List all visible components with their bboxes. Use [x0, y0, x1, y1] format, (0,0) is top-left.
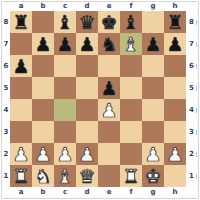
- file-label-a: a: [10, 187, 32, 198]
- square-b8[interactable]: [32, 11, 54, 33]
- square-d1[interactable]: ♛: [76, 165, 98, 187]
- square-a1[interactable]: ♜: [10, 165, 32, 187]
- square-d6[interactable]: [76, 55, 98, 77]
- white-knight-b1[interactable]: ♞: [32, 165, 54, 187]
- black-knight-e7[interactable]: ♞: [98, 33, 120, 55]
- square-c6[interactable]: [54, 55, 76, 77]
- square-b3[interactable]: [32, 121, 54, 143]
- rank-label-7: 7: [2, 33, 10, 55]
- white-queen-d1[interactable]: ♛: [76, 165, 98, 187]
- rank-label-6: 6: [2, 55, 10, 77]
- white-rook-a1[interactable]: ♜: [10, 165, 32, 187]
- rank-label-1: 1: [2, 165, 10, 187]
- square-a7[interactable]: [10, 33, 32, 55]
- square-a8[interactable]: ♜: [10, 11, 32, 33]
- rank-label-8: 8: [186, 11, 198, 33]
- square-f4[interactable]: [120, 99, 142, 121]
- black-bishop-c8[interactable]: ♝: [54, 11, 76, 33]
- square-a4[interactable]: [10, 99, 32, 121]
- square-a3[interactable]: [10, 121, 32, 143]
- white-pawn-c2[interactable]: ♟: [54, 143, 76, 165]
- square-g5[interactable]: [142, 77, 164, 99]
- file-label-f: f: [120, 2, 142, 11]
- square-f2[interactable]: [120, 143, 142, 165]
- square-e7[interactable]: ♞: [98, 33, 120, 55]
- rank-label-6: 6: [186, 55, 198, 77]
- square-g7[interactable]: ♟: [142, 33, 164, 55]
- file-label-g: g: [142, 2, 164, 11]
- chess-board: ♜♝♛♚♝♜♟♟♟♞♝♟♟♟♟♟♟♟♟♟♟♟♜♞♝♛♜♚: [10, 11, 186, 187]
- square-h4[interactable]: [164, 99, 186, 121]
- square-f6[interactable]: [120, 55, 142, 77]
- square-a6[interactable]: ♟: [10, 55, 32, 77]
- file-label-b: b: [32, 187, 54, 198]
- rank-label-7: 7: [186, 33, 198, 55]
- square-c7[interactable]: ♟: [54, 33, 76, 55]
- square-c5[interactable]: [54, 77, 76, 99]
- square-g8[interactable]: [142, 11, 164, 33]
- square-h5[interactable]: [164, 77, 186, 99]
- black-pawn-c7[interactable]: ♟: [54, 33, 76, 55]
- square-h7[interactable]: ♟: [164, 33, 186, 55]
- file-label-h: h: [164, 2, 186, 11]
- file-label-e: e: [98, 187, 120, 198]
- black-bishop-f8[interactable]: ♝: [120, 11, 142, 33]
- file-label-c: c: [54, 2, 76, 11]
- white-pawn-h2[interactable]: ♟: [164, 143, 186, 165]
- square-b7[interactable]: ♟: [32, 33, 54, 55]
- chess-board-widget: abcdefgh 87654321 ♜♝♛♚♝♜♟♟♟♞♝♟♟♟♟♟♟♟♟♟♟♟…: [1, 1, 199, 199]
- file-label-b: b: [32, 2, 54, 11]
- rank-label-2: 2: [186, 143, 198, 165]
- black-pawn-a6[interactable]: ♟: [10, 55, 32, 77]
- square-f8[interactable]: ♝: [120, 11, 142, 33]
- black-queen-d8[interactable]: ♛: [76, 11, 98, 33]
- square-g1[interactable]: ♚: [142, 165, 164, 187]
- square-b5[interactable]: [32, 77, 54, 99]
- black-pawn-g7[interactable]: ♟: [142, 33, 164, 55]
- white-pawn-d2[interactable]: ♟: [76, 143, 98, 165]
- square-e4[interactable]: ♟: [98, 99, 120, 121]
- black-pawn-b7[interactable]: ♟: [32, 33, 54, 55]
- square-d5[interactable]: [76, 77, 98, 99]
- square-d4[interactable]: [76, 99, 98, 121]
- white-king-g1[interactable]: ♚: [142, 165, 164, 187]
- rank-label-2: 2: [2, 143, 10, 165]
- white-bishop-f7[interactable]: ♝: [120, 33, 142, 55]
- square-f3[interactable]: [120, 121, 142, 143]
- file-label-d: d: [76, 187, 98, 198]
- file-label-d: d: [76, 2, 98, 11]
- rank-label-5: 5: [186, 77, 198, 99]
- square-d2[interactable]: ♟: [76, 143, 98, 165]
- square-e5[interactable]: ♟: [98, 77, 120, 99]
- square-d3[interactable]: [76, 121, 98, 143]
- file-label-a: a: [10, 2, 32, 11]
- rank-label-3: 3: [186, 121, 198, 143]
- rank-labels-right: 87654321: [186, 11, 198, 187]
- square-h8[interactable]: ♜: [164, 11, 186, 33]
- square-h2[interactable]: ♟: [164, 143, 186, 165]
- square-b1[interactable]: ♞: [32, 165, 54, 187]
- square-b6[interactable]: [32, 55, 54, 77]
- black-rook-h8[interactable]: ♜: [164, 11, 186, 33]
- square-d7[interactable]: ♟: [76, 33, 98, 55]
- square-f7[interactable]: ♝: [120, 33, 142, 55]
- square-c3[interactable]: [54, 121, 76, 143]
- rank-label-3: 3: [2, 121, 10, 143]
- file-label-f: f: [120, 187, 142, 198]
- square-a2[interactable]: ♟: [10, 143, 32, 165]
- square-h3[interactable]: [164, 121, 186, 143]
- file-label-g: g: [142, 187, 164, 198]
- square-e6[interactable]: [98, 55, 120, 77]
- file-label-h: h: [164, 187, 186, 198]
- black-rook-a8[interactable]: ♜: [10, 11, 32, 33]
- square-e3[interactable]: [98, 121, 120, 143]
- square-d8[interactable]: ♛: [76, 11, 98, 33]
- square-g6[interactable]: [142, 55, 164, 77]
- square-c8[interactable]: ♝: [54, 11, 76, 33]
- file-labels-bottom: abcdefgh: [10, 187, 186, 198]
- rank-label-5: 5: [2, 77, 10, 99]
- rank-label-4: 4: [186, 99, 198, 121]
- white-pawn-a2[interactable]: ♟: [10, 143, 32, 165]
- square-e2[interactable]: [98, 143, 120, 165]
- square-e1[interactable]: [98, 165, 120, 187]
- square-f1[interactable]: ♜: [120, 165, 142, 187]
- square-b2[interactable]: ♟: [32, 143, 54, 165]
- rank-label-8: 8: [2, 11, 10, 33]
- square-f5[interactable]: [120, 77, 142, 99]
- white-pawn-g2[interactable]: ♟: [142, 143, 164, 165]
- black-king-e8[interactable]: ♚: [98, 11, 120, 33]
- file-labels-top: abcdefgh: [10, 2, 186, 11]
- black-pawn-e5[interactable]: ♟: [98, 77, 120, 99]
- square-b4[interactable]: [32, 99, 54, 121]
- file-label-c: c: [54, 187, 76, 198]
- square-g3[interactable]: [142, 121, 164, 143]
- white-pawn-e4[interactable]: ♟: [98, 99, 120, 121]
- square-a5[interactable]: [10, 77, 32, 99]
- square-h1[interactable]: [164, 165, 186, 187]
- rank-label-1: 1: [186, 165, 198, 187]
- square-e8[interactable]: ♚: [98, 11, 120, 33]
- black-pawn-h7[interactable]: ♟: [164, 33, 186, 55]
- white-rook-f1[interactable]: ♜: [120, 165, 142, 187]
- square-g2[interactable]: ♟: [142, 143, 164, 165]
- square-c1[interactable]: ♝: [54, 165, 76, 187]
- rank-label-4: 4: [2, 99, 10, 121]
- white-pawn-b2[interactable]: ♟: [32, 143, 54, 165]
- rank-labels-left: 87654321: [2, 11, 10, 187]
- white-bishop-c1[interactable]: ♝: [54, 165, 76, 187]
- file-label-e: e: [98, 2, 120, 11]
- square-h6[interactable]: [164, 55, 186, 77]
- black-pawn-d7[interactable]: ♟: [76, 33, 98, 55]
- square-g4[interactable]: [142, 99, 164, 121]
- square-c4[interactable]: [54, 99, 76, 121]
- square-c2[interactable]: ♟: [54, 143, 76, 165]
